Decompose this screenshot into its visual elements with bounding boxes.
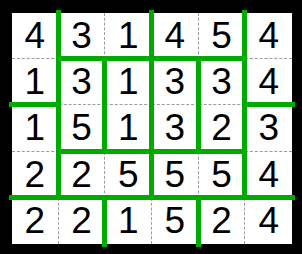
pip-number: 4 <box>165 17 186 54</box>
cell-r4c3[interactable]: 5 <box>105 152 152 198</box>
cell-r5c4[interactable]: 5 <box>152 198 199 244</box>
cell-r2c6[interactable]: 4 <box>245 59 292 105</box>
pip-number: 4 <box>258 17 279 54</box>
cell-r1c2[interactable]: 3 <box>59 13 106 59</box>
cell-r5c3[interactable]: 1 <box>105 198 152 244</box>
cell-r3c6[interactable]: 3 <box>245 105 292 151</box>
pip-number: 5 <box>211 156 232 193</box>
pip-number: 3 <box>258 109 279 146</box>
pip-number: 5 <box>165 156 186 193</box>
cell-r1c3[interactable]: 1 <box>105 13 152 59</box>
pip-number: 4 <box>258 156 279 193</box>
cell-r2c5[interactable]: 3 <box>199 59 246 105</box>
cell-r4c4[interactable]: 5 <box>152 152 199 198</box>
pip-number: 1 <box>118 17 139 54</box>
pip-number: 2 <box>211 202 232 239</box>
pip-number: 3 <box>71 63 92 100</box>
pip-number: 1 <box>25 109 46 146</box>
cell-r3c5[interactable]: 2 <box>199 105 246 151</box>
pip-number: 5 <box>71 109 92 146</box>
pip-number: 5 <box>118 156 139 193</box>
cell-r2c2[interactable]: 3 <box>59 59 106 105</box>
cell-r5c5[interactable]: 2 <box>199 198 246 244</box>
pip-number: 3 <box>211 63 232 100</box>
pip-number: 2 <box>25 156 46 193</box>
cell-r2c3[interactable]: 1 <box>105 59 152 105</box>
cell-r1c5[interactable]: 5 <box>199 13 246 59</box>
pip-number: 1 <box>25 63 46 100</box>
pip-number: 5 <box>165 202 186 239</box>
pip-number: 2 <box>211 109 232 146</box>
cell-r4c1[interactable]: 2 <box>12 152 59 198</box>
cell-r5c6[interactable]: 4 <box>245 198 292 244</box>
dominosa-board: 431454131334151323225554221524 <box>12 13 292 244</box>
pip-number: 3 <box>71 17 92 54</box>
pip-number: 4 <box>258 63 279 100</box>
pip-number: 2 <box>71 202 92 239</box>
cell-r4c6[interactable]: 4 <box>245 152 292 198</box>
pip-number: 3 <box>165 109 186 146</box>
cell-r4c2[interactable]: 2 <box>59 152 106 198</box>
cell-r5c2[interactable]: 2 <box>59 198 106 244</box>
cell-r3c1[interactable]: 1 <box>12 105 59 151</box>
pip-number: 5 <box>211 17 232 54</box>
pip-number: 1 <box>118 202 139 239</box>
pip-number: 1 <box>118 63 139 100</box>
pip-number: 2 <box>25 202 46 239</box>
cell-r5c1[interactable]: 2 <box>12 198 59 244</box>
cell-r3c2[interactable]: 5 <box>59 105 106 151</box>
cell-r3c4[interactable]: 3 <box>152 105 199 151</box>
cell-r1c4[interactable]: 4 <box>152 13 199 59</box>
pip-number: 4 <box>258 202 279 239</box>
cell-r3c3[interactable]: 1 <box>105 105 152 151</box>
cell-r2c4[interactable]: 3 <box>152 59 199 105</box>
pip-number: 4 <box>25 17 46 54</box>
pip-number: 1 <box>118 109 139 146</box>
cell-r1c6[interactable]: 4 <box>245 13 292 59</box>
cell-r1c1[interactable]: 4 <box>12 13 59 59</box>
cell-r4c5[interactable]: 5 <box>199 152 246 198</box>
pip-number: 2 <box>71 156 92 193</box>
cell-r2c1[interactable]: 1 <box>12 59 59 105</box>
puzzle-window: 431454131334151323225554221524 <box>0 0 302 254</box>
pip-number: 3 <box>165 63 186 100</box>
